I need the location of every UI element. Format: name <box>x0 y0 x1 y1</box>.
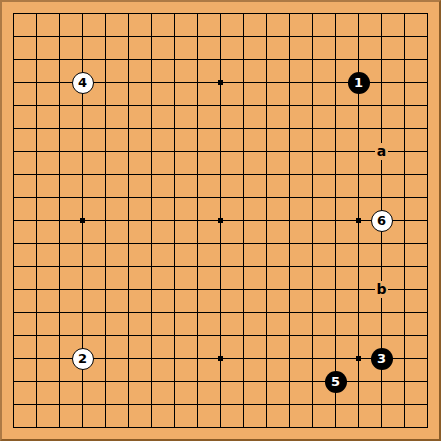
board-grid: 123456ab <box>2 2 439 439</box>
label-cell-r13: a <box>370 140 393 163</box>
stone-cell-q16: 1 <box>347 71 370 94</box>
stone-cell-d16: 4 <box>71 71 94 94</box>
label-cell-r7: b <box>370 278 393 301</box>
black-stone-1: 1 <box>348 72 370 94</box>
white-stone-6: 6 <box>371 210 393 232</box>
go-board: 123456ab <box>0 0 441 441</box>
point-label-a: a <box>375 143 388 160</box>
stone-cell-r4: 3 <box>370 347 393 370</box>
black-stone-3: 3 <box>371 348 393 370</box>
point-label-b: b <box>375 281 388 298</box>
stone-cell-p3: 5 <box>324 370 347 393</box>
stone-cell-d4: 2 <box>71 347 94 370</box>
white-stone-4: 4 <box>72 72 94 94</box>
black-stone-5: 5 <box>325 371 347 393</box>
white-stone-2: 2 <box>72 348 94 370</box>
stone-cell-r10: 6 <box>370 209 393 232</box>
